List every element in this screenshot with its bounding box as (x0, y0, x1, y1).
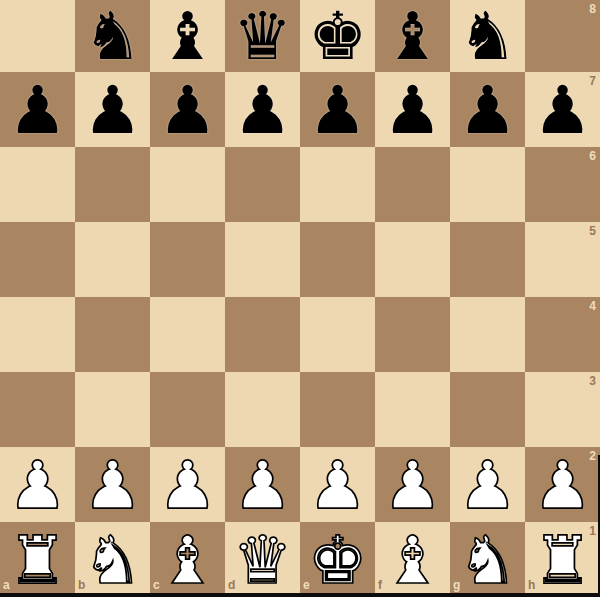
square-f2[interactable]: ♟ (375, 447, 450, 522)
rank-label-4: 4 (589, 300, 596, 312)
white-pawn-e2[interactable]: ♟ (308, 453, 367, 519)
square-b4[interactable] (75, 297, 150, 372)
white-bishop-f1[interactable]: ♝ (383, 528, 442, 594)
black-king-e8[interactable]: ♚ (308, 4, 367, 70)
square-c1[interactable]: c♝ (150, 522, 225, 597)
square-e3[interactable] (300, 372, 375, 447)
square-c4[interactable] (150, 297, 225, 372)
square-c5[interactable] (150, 222, 225, 297)
white-rook-h1[interactable]: ♜ (533, 528, 592, 594)
square-b8[interactable]: ♞ (75, 0, 150, 72)
square-a2[interactable]: ♟ (0, 447, 75, 522)
white-knight-b1[interactable]: ♞ (83, 528, 142, 594)
square-b2[interactable]: ♟ (75, 447, 150, 522)
square-c8[interactable]: ♝ (150, 0, 225, 72)
black-knight-b8[interactable]: ♞ (83, 4, 142, 70)
square-e6[interactable] (300, 147, 375, 222)
square-g8[interactable]: ♞ (450, 0, 525, 72)
rank-label-5: 5 (589, 225, 596, 237)
black-pawn-c7[interactable]: ♟ (158, 78, 217, 144)
black-bishop-f8[interactable]: ♝ (383, 4, 442, 70)
square-a4[interactable] (0, 297, 75, 372)
square-a6[interactable] (0, 147, 75, 222)
square-c6[interactable] (150, 147, 225, 222)
square-e4[interactable] (300, 297, 375, 372)
black-pawn-d7[interactable]: ♟ (233, 78, 292, 144)
square-f7[interactable]: ♟ (375, 72, 450, 147)
square-d7[interactable]: ♟ (225, 72, 300, 147)
rank-label-8: 8 (589, 3, 596, 15)
square-h7[interactable]: 7♟ (525, 72, 600, 147)
square-f5[interactable] (375, 222, 450, 297)
white-bishop-c1[interactable]: ♝ (158, 528, 217, 594)
square-d2[interactable]: ♟ (225, 447, 300, 522)
square-b6[interactable] (75, 147, 150, 222)
square-d4[interactable] (225, 297, 300, 372)
square-f8[interactable]: ♝ (375, 0, 450, 72)
square-f1[interactable]: f♝ (375, 522, 450, 597)
square-e2[interactable]: ♟ (300, 447, 375, 522)
square-c3[interactable] (150, 372, 225, 447)
white-pawn-d2[interactable]: ♟ (233, 453, 292, 519)
file-label-f: f (378, 579, 382, 591)
square-d5[interactable] (225, 222, 300, 297)
black-pawn-a7[interactable]: ♟ (8, 78, 67, 144)
square-a7[interactable]: ♟ (0, 72, 75, 147)
white-knight-g1[interactable]: ♞ (458, 528, 517, 594)
black-bishop-c8[interactable]: ♝ (158, 4, 217, 70)
square-a5[interactable] (0, 222, 75, 297)
square-f6[interactable] (375, 147, 450, 222)
square-f4[interactable] (375, 297, 450, 372)
rank-label-6: 6 (589, 150, 596, 162)
black-pawn-f7[interactable]: ♟ (383, 78, 442, 144)
black-knight-g8[interactable]: ♞ (458, 4, 517, 70)
square-f3[interactable] (375, 372, 450, 447)
square-h5[interactable]: 5 (525, 222, 600, 297)
white-pawn-a2[interactable]: ♟ (8, 453, 67, 519)
white-rook-a1[interactable]: ♜ (8, 528, 67, 594)
black-queen-d8[interactable]: ♛ (233, 4, 292, 70)
square-g3[interactable] (450, 372, 525, 447)
square-b1[interactable]: b♞ (75, 522, 150, 597)
square-b3[interactable] (75, 372, 150, 447)
square-c7[interactable]: ♟ (150, 72, 225, 147)
square-h4[interactable]: 4 (525, 297, 600, 372)
white-queen-d1[interactable]: ♛ (233, 528, 292, 594)
square-g1[interactable]: g♞ (450, 522, 525, 597)
square-h6[interactable]: 6 (525, 147, 600, 222)
black-pawn-g7[interactable]: ♟ (458, 78, 517, 144)
square-e7[interactable]: ♟ (300, 72, 375, 147)
window-bottom-border (0, 593, 600, 597)
square-c2[interactable]: ♟ (150, 447, 225, 522)
white-pawn-g2[interactable]: ♟ (458, 453, 517, 519)
square-a3[interactable] (0, 372, 75, 447)
square-g4[interactable] (450, 297, 525, 372)
white-king-e1[interactable]: ♚ (308, 528, 367, 594)
square-h3[interactable]: 3 (525, 372, 600, 447)
square-e5[interactable] (300, 222, 375, 297)
square-g5[interactable] (450, 222, 525, 297)
white-pawn-f2[interactable]: ♟ (383, 453, 442, 519)
square-d8[interactable]: ♛ (225, 0, 300, 72)
square-g2[interactable]: ♟ (450, 447, 525, 522)
black-pawn-h7[interactable]: ♟ (533, 78, 592, 144)
square-g7[interactable]: ♟ (450, 72, 525, 147)
square-h8[interactable]: 8 (525, 0, 600, 72)
square-h1[interactable]: 1h♜ (525, 522, 600, 597)
square-b5[interactable] (75, 222, 150, 297)
square-d6[interactable] (225, 147, 300, 222)
white-pawn-c2[interactable]: ♟ (158, 453, 217, 519)
square-e1[interactable]: e♚ (300, 522, 375, 597)
square-h2[interactable]: 2♟ (525, 447, 600, 522)
square-a8[interactable] (0, 0, 75, 72)
rank-label-3: 3 (589, 375, 596, 387)
square-a1[interactable]: a♜ (0, 522, 75, 597)
chess-board: ♞♝♛♚♝♞8♟♟♟♟♟♟♟7♟6543♟♟♟♟♟♟♟2♟a♜b♞c♝d♛e♚f… (0, 0, 600, 597)
white-pawn-b2[interactable]: ♟ (83, 453, 142, 519)
square-g6[interactable] (450, 147, 525, 222)
square-d1[interactable]: d♛ (225, 522, 300, 597)
square-b7[interactable]: ♟ (75, 72, 150, 147)
white-pawn-h2[interactable]: ♟ (533, 453, 592, 519)
square-d3[interactable] (225, 372, 300, 447)
square-e8[interactable]: ♚ (300, 0, 375, 72)
black-pawn-b7[interactable]: ♟ (83, 78, 142, 144)
black-pawn-e7[interactable]: ♟ (308, 78, 367, 144)
chess-app-window: ♞♝♛♚♝♞8♟♟♟♟♟♟♟7♟6543♟♟♟♟♟♟♟2♟a♜b♞c♝d♛e♚f… (0, 0, 600, 597)
